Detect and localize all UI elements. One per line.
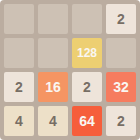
tile-128-r2c3: 128 [72, 38, 102, 68]
tile-32-r3c4: 32 [106, 72, 136, 102]
empty-cell-r2c2 [38, 38, 68, 68]
tile-2-r3c1: 2 [4, 72, 34, 102]
empty-cell-r2c1 [4, 38, 34, 68]
tile-4-r4c2: 4 [38, 106, 68, 136]
empty-cell-r1c3 [72, 4, 102, 34]
2048-board[interactable]: 212821623244642 [0, 0, 140, 140]
empty-cell-r1c2 [38, 4, 68, 34]
tile-16-r3c2: 16 [38, 72, 68, 102]
tile-2-r4c4: 2 [106, 106, 136, 136]
tile-2-r3c3: 2 [72, 72, 102, 102]
empty-cell-r1c1 [4, 4, 34, 34]
tile-2-r1c4: 2 [106, 4, 136, 34]
tile-4-r4c1: 4 [4, 106, 34, 136]
empty-cell-r2c4 [106, 38, 136, 68]
tile-64-r4c3: 64 [72, 106, 102, 136]
